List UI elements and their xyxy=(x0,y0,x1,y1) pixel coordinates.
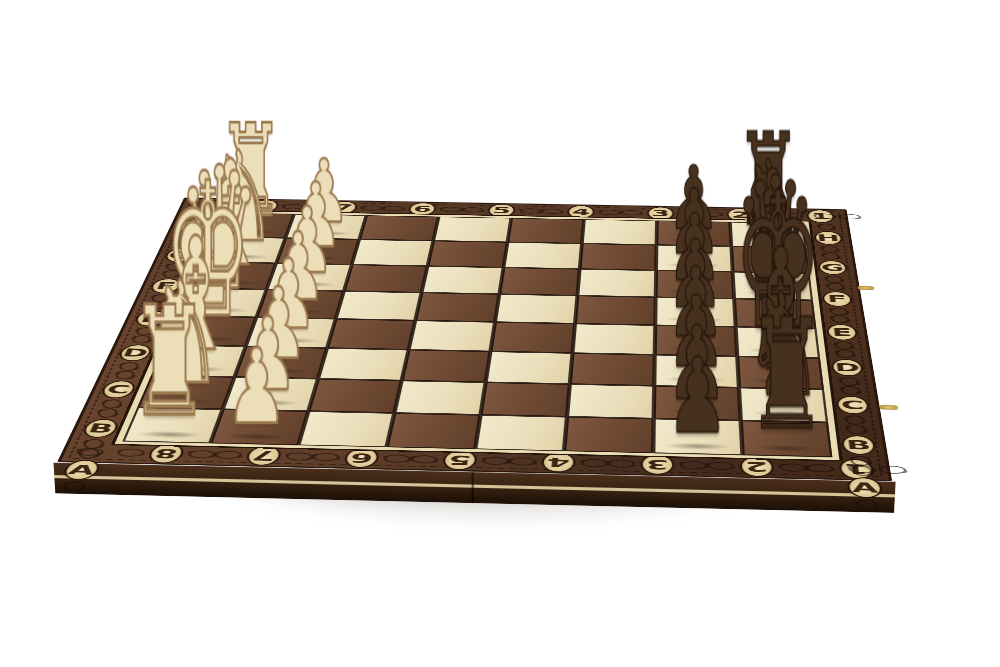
frame-label-slot: D xyxy=(821,349,874,386)
chess-set-photo: 87654321 87654321 HGFEDCBA HGFEDCBA ♜♟♟♜… xyxy=(0,0,1000,667)
square-c3[interactable] xyxy=(570,353,655,386)
scroll-ornament-icon xyxy=(844,415,865,425)
frame-label-slot: C xyxy=(825,385,880,425)
square-a1[interactable]: ♜ xyxy=(741,420,833,457)
side-edge-line xyxy=(54,475,895,497)
file-label-d: D xyxy=(830,359,864,377)
square-a4[interactable] xyxy=(475,415,567,451)
perspective-scene: 87654321 87654321 HGFEDCBA HGFEDCBA ♜♟♟♜… xyxy=(125,0,865,667)
file-label-b: B xyxy=(80,419,121,439)
file-label-b: B xyxy=(841,435,877,455)
white-rook[interactable]: ♜ xyxy=(130,291,210,435)
square-a6[interactable] xyxy=(298,411,394,447)
square-d3[interactable] xyxy=(572,324,655,355)
square-b3[interactable] xyxy=(567,384,654,419)
square-d6[interactable] xyxy=(327,319,415,350)
scroll-ornament-icon xyxy=(100,399,123,408)
square-a8[interactable]: ♜ xyxy=(122,407,222,443)
brass-clasp-icon xyxy=(880,405,898,410)
file-label-c: C xyxy=(835,396,870,415)
scroll-ornament-icon xyxy=(856,499,879,510)
chess-board: 87654321 87654321 HGFEDCBA HGFEDCBA ♜♟♟♜… xyxy=(57,197,892,481)
square-d5[interactable] xyxy=(409,320,495,351)
scroll-ornament-icon xyxy=(846,424,867,434)
square-a3[interactable] xyxy=(564,417,654,453)
black-rook[interactable]: ♜ xyxy=(746,303,827,449)
black-pawn[interactable]: ♟ xyxy=(666,347,729,447)
square-d4[interactable] xyxy=(490,322,575,353)
scroll-ornament-icon xyxy=(96,408,119,418)
white-pawn[interactable]: ♟ xyxy=(226,338,288,437)
square-a7[interactable]: ♟ xyxy=(210,409,308,445)
square-a2[interactable]: ♟ xyxy=(653,419,742,456)
scroll-ornament-icon xyxy=(835,349,855,358)
square-b5[interactable] xyxy=(394,380,485,414)
rank-label-2: 2 xyxy=(739,456,774,477)
fold-seam xyxy=(472,472,474,503)
scroll-ornament-icon xyxy=(62,481,87,492)
square-a5[interactable] xyxy=(387,413,481,449)
